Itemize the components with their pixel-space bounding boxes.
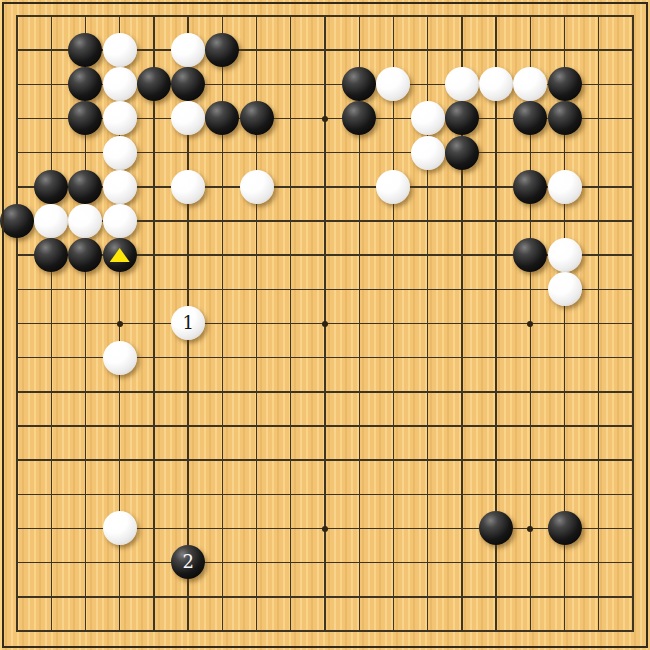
stone-black[interactable]: [513, 238, 547, 272]
stone-black[interactable]: [103, 238, 137, 272]
stone-white[interactable]: 1: [171, 306, 205, 340]
stone-white[interactable]: [103, 101, 137, 135]
stone-black[interactable]: [137, 67, 171, 101]
stone-white[interactable]: [445, 67, 479, 101]
stone-white[interactable]: [411, 136, 445, 170]
stone-black[interactable]: [548, 101, 582, 135]
stone-black[interactable]: [445, 101, 479, 135]
stone-black[interactable]: [0, 204, 34, 238]
stone-white[interactable]: [376, 67, 410, 101]
stone-white[interactable]: [240, 170, 274, 204]
stone-white[interactable]: [103, 204, 137, 238]
stone-black[interactable]: [68, 170, 102, 204]
stone-black[interactable]: [68, 33, 102, 67]
move-number-label: 2: [182, 553, 193, 571]
stone-white[interactable]: [548, 238, 582, 272]
stone-black[interactable]: [342, 101, 376, 135]
stone-black[interactable]: [548, 67, 582, 101]
stone-black[interactable]: [34, 238, 68, 272]
stone-white[interactable]: [548, 272, 582, 306]
stone-black[interactable]: [548, 511, 582, 545]
stone-white[interactable]: [103, 170, 137, 204]
stone-black[interactable]: [513, 101, 547, 135]
stone-white[interactable]: [103, 136, 137, 170]
stone-black[interactable]: [342, 67, 376, 101]
stone-black[interactable]: [68, 67, 102, 101]
stone-black[interactable]: [68, 101, 102, 135]
stone-white[interactable]: [103, 33, 137, 67]
stone-white[interactable]: [103, 341, 137, 375]
stone-white[interactable]: [68, 204, 102, 238]
stone-black[interactable]: [34, 170, 68, 204]
stone-white[interactable]: [411, 101, 445, 135]
stone-black[interactable]: [205, 101, 239, 135]
stone-black[interactable]: [479, 511, 513, 545]
stone-white[interactable]: [34, 204, 68, 238]
go-board[interactable]: 12: [0, 0, 650, 650]
stone-white[interactable]: [171, 33, 205, 67]
stone-black[interactable]: [513, 170, 547, 204]
move-number-label: 1: [182, 314, 193, 332]
stone-black[interactable]: [68, 238, 102, 272]
stone-white[interactable]: [103, 67, 137, 101]
stone-black[interactable]: [205, 33, 239, 67]
stone-black[interactable]: [171, 67, 205, 101]
stone-white[interactable]: [171, 170, 205, 204]
stone-white[interactable]: [548, 170, 582, 204]
stone-white[interactable]: [171, 101, 205, 135]
stone-black[interactable]: 2: [171, 545, 205, 579]
triangle-marker: [110, 248, 130, 262]
stone-black[interactable]: [240, 101, 274, 135]
stone-white[interactable]: [103, 511, 137, 545]
stones-layer: 12: [0, 0, 650, 648]
stone-white[interactable]: [513, 67, 547, 101]
stone-white[interactable]: [479, 67, 513, 101]
stone-black[interactable]: [445, 136, 479, 170]
stone-white[interactable]: [376, 170, 410, 204]
